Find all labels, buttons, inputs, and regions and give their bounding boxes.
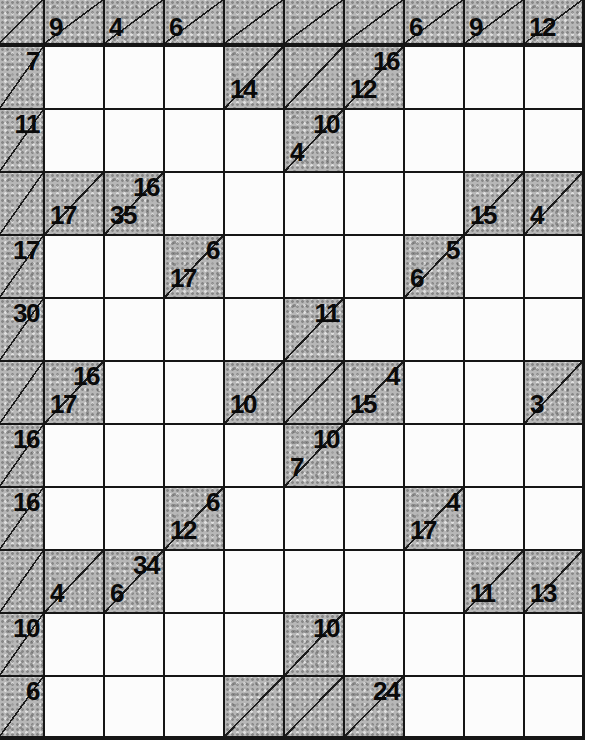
down-clue: 4 bbox=[290, 139, 303, 165]
entry-cell-r2c2[interactable] bbox=[105, 110, 165, 173]
down-clue: 9 bbox=[49, 14, 62, 40]
clue-cell-r11c0: 6 bbox=[0, 677, 45, 740]
down-clue: 13 bbox=[530, 580, 556, 606]
clue-cell-r3c9: 4 bbox=[525, 173, 585, 236]
across-clue: 10 bbox=[313, 111, 339, 137]
blocked-cell-r1c5 bbox=[285, 47, 345, 110]
entry-cell-r11c1[interactable] bbox=[45, 677, 105, 740]
clue-cell-r1c4: 14 bbox=[225, 47, 285, 110]
entry-cell-r5c2[interactable] bbox=[105, 299, 165, 362]
entry-cell-r8c6[interactable] bbox=[345, 488, 405, 551]
across-clue: 11 bbox=[15, 111, 40, 137]
entry-cell-r7c9[interactable] bbox=[525, 425, 585, 488]
down-clue: 17 bbox=[50, 391, 76, 417]
page: 9466912714161211104171635154176175630111… bbox=[0, 0, 600, 740]
across-clue: 10 bbox=[13, 615, 39, 641]
blocked-cell-r9c0 bbox=[0, 551, 45, 614]
clue-cell-r0c1: 9 bbox=[45, 0, 105, 47]
across-clue: 24 bbox=[373, 678, 399, 704]
entry-cell-r1c1[interactable] bbox=[45, 47, 105, 110]
entry-cell-r2c3[interactable] bbox=[165, 110, 225, 173]
down-clue: 14 bbox=[230, 76, 256, 102]
entry-cell-r2c9[interactable] bbox=[525, 110, 585, 173]
entry-cell-r6c3[interactable] bbox=[165, 362, 225, 425]
down-clue: 12 bbox=[350, 76, 376, 102]
entry-cell-r3c5[interactable] bbox=[285, 173, 345, 236]
entry-cell-r4c5[interactable] bbox=[285, 236, 345, 299]
entry-cell-r9c5[interactable] bbox=[285, 551, 345, 614]
entry-cell-r2c7[interactable] bbox=[405, 110, 465, 173]
clue-cell-r6c4: 10 bbox=[225, 362, 285, 425]
clue-cell-r9c1: 4 bbox=[45, 551, 105, 614]
clue-cell-r3c2: 1635 bbox=[105, 173, 165, 236]
down-clue: 17 bbox=[410, 517, 436, 543]
entry-cell-r7c1[interactable] bbox=[45, 425, 105, 488]
entry-cell-r3c6[interactable] bbox=[345, 173, 405, 236]
entry-cell-r1c2[interactable] bbox=[105, 47, 165, 110]
kakuro-board: 9466912714161211104171635154176175630111… bbox=[0, 0, 585, 740]
down-clue: 12 bbox=[170, 517, 196, 543]
clue-cell-r8c0: 16 bbox=[0, 488, 45, 551]
blocked-cell-r11c5 bbox=[285, 677, 345, 740]
clue-cell-r5c5: 11 bbox=[285, 299, 345, 362]
across-clue: 16 bbox=[13, 426, 39, 452]
clue-cell-r7c0: 16 bbox=[0, 425, 45, 488]
blocked-cell-r6c5 bbox=[285, 362, 345, 425]
entry-cell-r5c1[interactable] bbox=[45, 299, 105, 362]
entry-cell-r8c4[interactable] bbox=[225, 488, 285, 551]
clue-cell-r3c8: 15 bbox=[465, 173, 525, 236]
entry-cell-r10c8[interactable] bbox=[465, 614, 525, 677]
down-clue: 3 bbox=[530, 391, 543, 417]
across-clue: 6 bbox=[206, 237, 219, 263]
blocked-cell-r3c0 bbox=[0, 173, 45, 236]
clue-cell-r9c8: 11 bbox=[465, 551, 525, 614]
down-clue: 4 bbox=[109, 14, 122, 40]
across-clue: 17 bbox=[13, 237, 39, 263]
clue-cell-r2c5: 104 bbox=[285, 110, 345, 173]
entry-cell-r4c2[interactable] bbox=[105, 236, 165, 299]
entry-cell-r11c9[interactable] bbox=[525, 677, 585, 740]
entry-cell-r8c1[interactable] bbox=[45, 488, 105, 551]
across-clue: 11 bbox=[315, 300, 340, 326]
blocked-cell-r11c4 bbox=[225, 677, 285, 740]
across-clue: 16 bbox=[13, 489, 39, 515]
entry-cell-r8c9[interactable] bbox=[525, 488, 585, 551]
entry-cell-r1c7[interactable] bbox=[405, 47, 465, 110]
entry-cell-r9c4[interactable] bbox=[225, 551, 285, 614]
clue-cell-r11c6: 24 bbox=[345, 677, 405, 740]
across-clue: 16 bbox=[373, 48, 399, 74]
across-clue: 6 bbox=[26, 678, 39, 704]
entry-cell-r4c8[interactable] bbox=[465, 236, 525, 299]
entry-cell-r3c3[interactable] bbox=[165, 173, 225, 236]
down-clue: 17 bbox=[170, 265, 196, 291]
entry-cell-r8c5[interactable] bbox=[285, 488, 345, 551]
clue-cell-r0c2: 4 bbox=[105, 0, 165, 47]
entry-cell-r9c6[interactable] bbox=[345, 551, 405, 614]
clue-cell-r6c6: 415 bbox=[345, 362, 405, 425]
across-clue: 6 bbox=[206, 489, 219, 515]
entry-cell-r11c2[interactable] bbox=[105, 677, 165, 740]
down-clue: 10 bbox=[230, 391, 256, 417]
down-clue: 7 bbox=[290, 454, 303, 480]
entry-cell-r10c4[interactable] bbox=[225, 614, 285, 677]
entry-cell-r4c1[interactable] bbox=[45, 236, 105, 299]
blocked-cell-r6c0 bbox=[0, 362, 45, 425]
across-clue: 7 bbox=[26, 48, 39, 74]
entry-cell-r2c1[interactable] bbox=[45, 110, 105, 173]
clue-cell-r1c0: 7 bbox=[0, 47, 45, 110]
blocked-cell-r0c4 bbox=[225, 0, 285, 47]
entry-cell-r8c8[interactable] bbox=[465, 488, 525, 551]
entry-cell-r2c6[interactable] bbox=[345, 110, 405, 173]
across-clue: 16 bbox=[133, 174, 159, 200]
clue-cell-r6c9: 3 bbox=[525, 362, 585, 425]
entry-cell-r10c6[interactable] bbox=[345, 614, 405, 677]
clue-cell-r2c0: 11 bbox=[0, 110, 45, 173]
entry-cell-r11c8[interactable] bbox=[465, 677, 525, 740]
down-clue: 4 bbox=[50, 580, 63, 606]
entry-cell-r10c2[interactable] bbox=[105, 614, 165, 677]
across-clue: 4 bbox=[446, 489, 459, 515]
entry-cell-r5c3[interactable] bbox=[165, 299, 225, 362]
down-clue: 11 bbox=[470, 580, 495, 606]
across-clue: 10 bbox=[313, 426, 339, 452]
entry-cell-r10c7[interactable] bbox=[405, 614, 465, 677]
down-clue: 6 bbox=[410, 265, 423, 291]
entry-cell-r5c9[interactable] bbox=[525, 299, 585, 362]
entry-cell-r4c4[interactable] bbox=[225, 236, 285, 299]
down-clue: 15 bbox=[470, 202, 496, 228]
entry-cell-r11c7[interactable] bbox=[405, 677, 465, 740]
entry-cell-r2c8[interactable] bbox=[465, 110, 525, 173]
entry-cell-r4c6[interactable] bbox=[345, 236, 405, 299]
entry-cell-r6c8[interactable] bbox=[465, 362, 525, 425]
entry-cell-r10c9[interactable] bbox=[525, 614, 585, 677]
across-clue: 30 bbox=[13, 300, 39, 326]
entry-cell-r11c3[interactable] bbox=[165, 677, 225, 740]
down-clue: 6 bbox=[110, 580, 123, 606]
blocked-cell-r0c5 bbox=[285, 0, 345, 47]
across-clue: 5 bbox=[446, 237, 459, 263]
down-clue: 9 bbox=[469, 14, 482, 40]
clue-cell-r10c0: 10 bbox=[0, 614, 45, 677]
entry-cell-r9c7[interactable] bbox=[405, 551, 465, 614]
clue-cell-r0c9: 12 bbox=[525, 0, 585, 47]
down-clue: 12 bbox=[529, 14, 555, 40]
entry-cell-r7c2[interactable] bbox=[105, 425, 165, 488]
entry-cell-r5c7[interactable] bbox=[405, 299, 465, 362]
entry-cell-r2c4[interactable] bbox=[225, 110, 285, 173]
clue-cell-r10c5: 10 bbox=[285, 614, 345, 677]
entry-cell-r10c3[interactable] bbox=[165, 614, 225, 677]
clue-cell-r0c8: 9 bbox=[465, 0, 525, 47]
clue-cell-r6c1: 1617 bbox=[45, 362, 105, 425]
entry-cell-r7c7[interactable] bbox=[405, 425, 465, 488]
down-clue: 6 bbox=[409, 14, 422, 40]
entry-cell-r6c7[interactable] bbox=[405, 362, 465, 425]
entry-cell-r1c9[interactable] bbox=[525, 47, 585, 110]
entry-cell-r1c3[interactable] bbox=[165, 47, 225, 110]
clue-cell-r9c2: 346 bbox=[105, 551, 165, 614]
clue-cell-r7c5: 107 bbox=[285, 425, 345, 488]
clue-cell-r3c1: 17 bbox=[45, 173, 105, 236]
blocked-cell-r0c6 bbox=[345, 0, 405, 47]
entry-cell-r5c6[interactable] bbox=[345, 299, 405, 362]
entry-cell-r8c2[interactable] bbox=[105, 488, 165, 551]
clue-cell-r5c0: 30 bbox=[0, 299, 45, 362]
down-clue: 6 bbox=[169, 14, 182, 40]
down-clue: 17 bbox=[50, 202, 76, 228]
clue-cell-r4c0: 17 bbox=[0, 236, 45, 299]
blocked-cell-r0c0 bbox=[0, 0, 45, 47]
entry-cell-r9c3[interactable] bbox=[165, 551, 225, 614]
across-clue: 16 bbox=[73, 363, 99, 389]
entry-cell-r7c4[interactable] bbox=[225, 425, 285, 488]
down-clue: 35 bbox=[110, 202, 136, 228]
clue-cell-r0c7: 6 bbox=[405, 0, 465, 47]
entry-cell-r1c8[interactable] bbox=[465, 47, 525, 110]
entry-cell-r5c8[interactable] bbox=[465, 299, 525, 362]
across-clue: 4 bbox=[386, 363, 399, 389]
entry-cell-r4c9[interactable] bbox=[525, 236, 585, 299]
entry-cell-r6c2[interactable] bbox=[105, 362, 165, 425]
entry-cell-r3c4[interactable] bbox=[225, 173, 285, 236]
down-clue: 4 bbox=[530, 202, 543, 228]
entry-cell-r5c4[interactable] bbox=[225, 299, 285, 362]
entry-cell-r3c7[interactable] bbox=[405, 173, 465, 236]
clue-cell-r0c3: 6 bbox=[165, 0, 225, 47]
clue-cell-r8c7: 417 bbox=[405, 488, 465, 551]
clue-cell-r8c3: 612 bbox=[165, 488, 225, 551]
entry-cell-r7c6[interactable] bbox=[345, 425, 405, 488]
across-clue: 34 bbox=[133, 552, 159, 578]
entry-cell-r7c3[interactable] bbox=[165, 425, 225, 488]
entry-cell-r7c8[interactable] bbox=[465, 425, 525, 488]
clue-cell-r4c7: 56 bbox=[405, 236, 465, 299]
down-clue: 15 bbox=[350, 391, 376, 417]
clue-cell-r9c9: 13 bbox=[525, 551, 585, 614]
entry-cell-r10c1[interactable] bbox=[45, 614, 105, 677]
clue-cell-r4c3: 617 bbox=[165, 236, 225, 299]
clue-cell-r1c6: 1612 bbox=[345, 47, 405, 110]
across-clue: 10 bbox=[313, 615, 339, 641]
